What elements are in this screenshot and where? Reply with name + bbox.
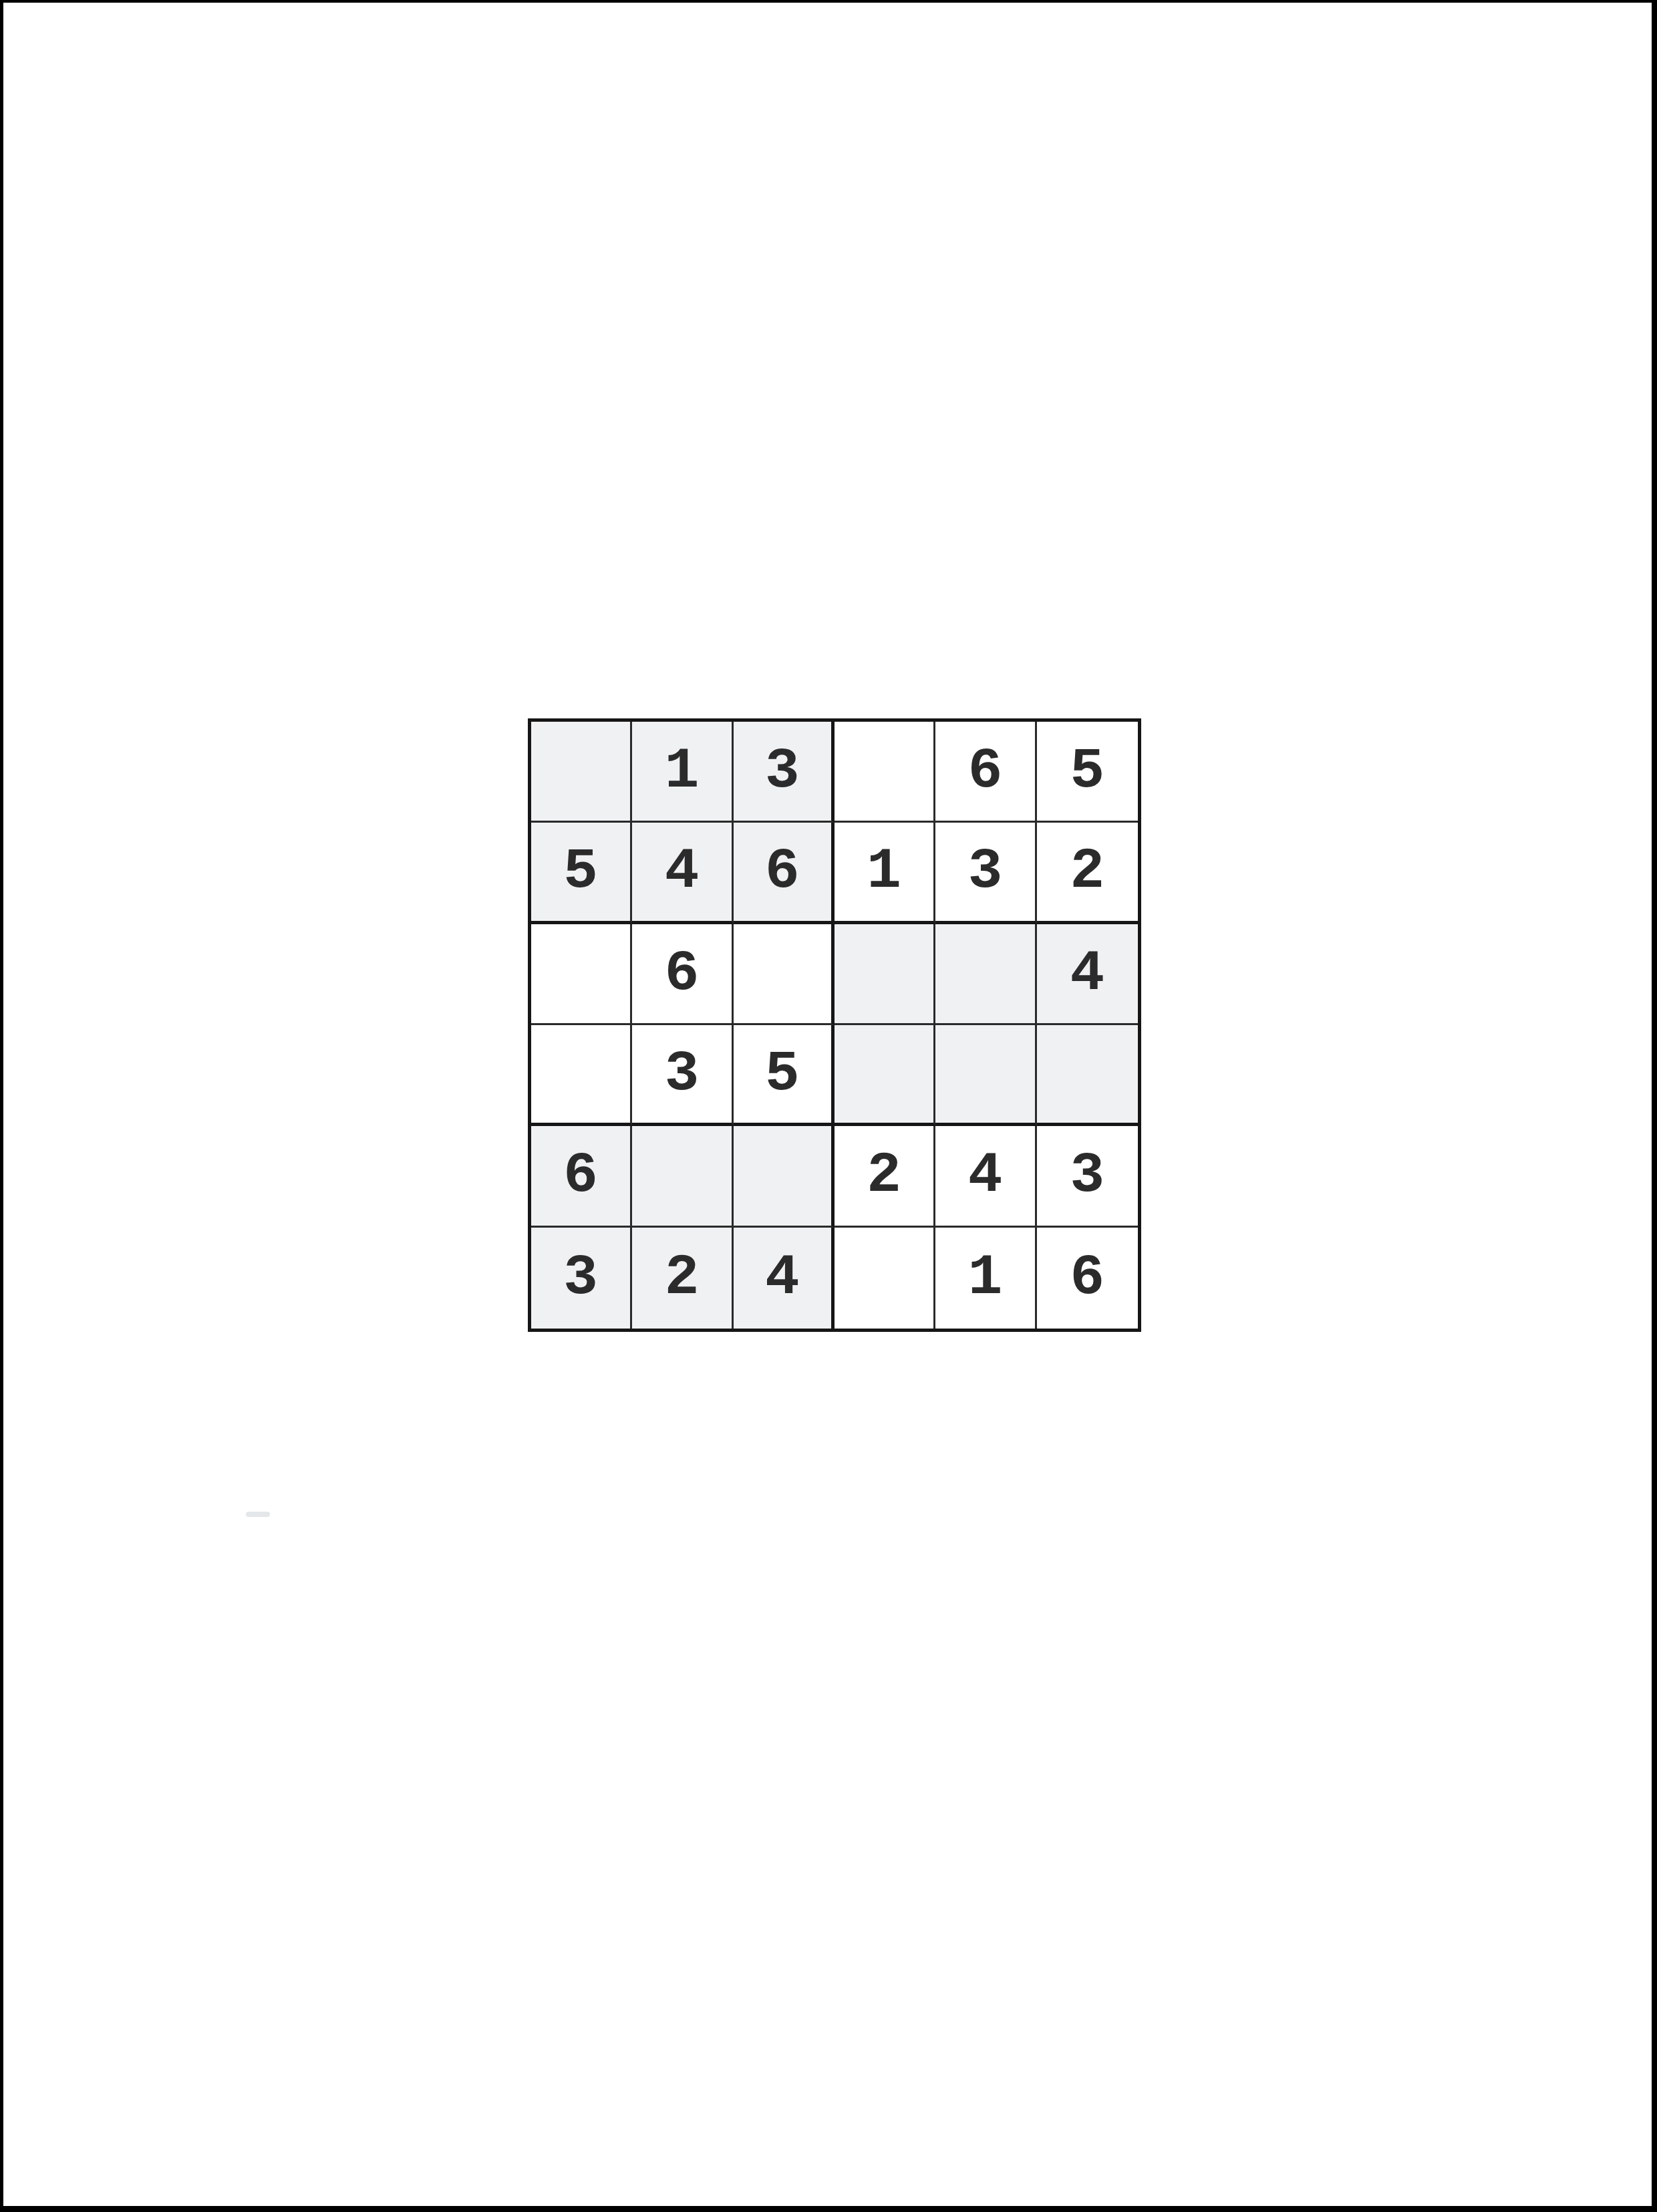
cell-r6c6[interactable]: 6 <box>1037 1228 1138 1329</box>
cell-r3c3[interactable] <box>734 924 835 1025</box>
cell-r3c4[interactable] <box>835 924 935 1025</box>
scanned-page: 13655461326435624332416 <box>0 0 1657 2212</box>
cell-r2c4[interactable]: 1 <box>835 823 935 924</box>
cell-r2c2[interactable]: 4 <box>632 823 733 924</box>
cell-r1c2[interactable]: 1 <box>632 722 733 823</box>
cell-r1c3[interactable]: 3 <box>734 722 835 823</box>
cell-r2c3[interactable]: 6 <box>734 823 835 924</box>
cell-r3c2[interactable]: 6 <box>632 924 733 1025</box>
cell-r6c4[interactable] <box>835 1228 935 1329</box>
cell-r4c1[interactable] <box>531 1025 632 1126</box>
cell-r5c1[interactable]: 6 <box>531 1126 632 1227</box>
cell-r2c5[interactable]: 3 <box>935 823 1036 924</box>
cell-r5c2[interactable] <box>632 1126 733 1227</box>
cell-r2c1[interactable]: 5 <box>531 823 632 924</box>
cell-r5c6[interactable]: 3 <box>1037 1126 1138 1227</box>
cell-r1c6[interactable]: 5 <box>1037 722 1138 823</box>
scan-artifact <box>246 1512 270 1517</box>
cell-r3c6[interactable]: 4 <box>1037 924 1138 1025</box>
cell-r5c5[interactable]: 4 <box>935 1126 1036 1227</box>
cell-r4c4[interactable] <box>835 1025 935 1126</box>
cell-r3c5[interactable] <box>935 924 1036 1025</box>
cell-r6c1[interactable]: 3 <box>531 1228 632 1329</box>
cell-r1c5[interactable]: 6 <box>935 722 1036 823</box>
cell-r6c5[interactable]: 1 <box>935 1228 1036 1329</box>
cell-r2c6[interactable]: 2 <box>1037 823 1138 924</box>
cell-r4c5[interactable] <box>935 1025 1036 1126</box>
cell-r5c4[interactable]: 2 <box>835 1126 935 1227</box>
cell-r4c2[interactable]: 3 <box>632 1025 733 1126</box>
sudoku-board: 13655461326435624332416 <box>528 718 1141 1332</box>
cell-r4c3[interactable]: 5 <box>734 1025 835 1126</box>
cell-r1c1[interactable] <box>531 722 632 823</box>
cell-r6c3[interactable]: 4 <box>734 1228 835 1329</box>
cell-r3c1[interactable] <box>531 924 632 1025</box>
cell-r1c4[interactable] <box>835 722 935 823</box>
cell-r4c6[interactable] <box>1037 1025 1138 1126</box>
cell-r5c3[interactable] <box>734 1126 835 1227</box>
cell-r6c2[interactable]: 2 <box>632 1228 733 1329</box>
